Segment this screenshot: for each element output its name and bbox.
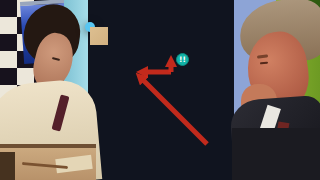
right-player-suit-lower <box>232 128 320 180</box>
thumbnail-canvas: ♜♛♜♚♛♝♟♟♞♜♟♟♟♟♟♞♟♟♟♟♝♜♚ !! <box>0 0 320 180</box>
chess-board-frame: ♜♛♜♚♛♝♟♟♞♜♟♟♟♟♟♞♟♟♟♟♝♜♚ !! <box>85 22 95 32</box>
square-h1[interactable] <box>90 27 108 45</box>
table-leg <box>0 152 15 180</box>
chess-board-grid: ♜♛♜♚♛♝♟♟♞♜♟♟♟♟♟♞♟♟♟♟♝♜♚ <box>90 27 234 171</box>
brilliant-move-badge: !! <box>176 53 189 66</box>
